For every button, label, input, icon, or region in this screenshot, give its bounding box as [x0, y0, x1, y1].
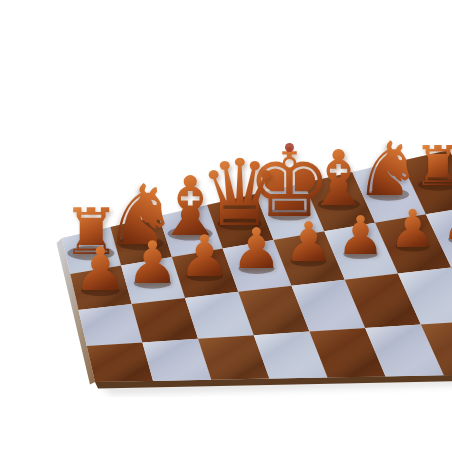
piece-shadow: [268, 208, 311, 221]
piece-shadow: [81, 285, 119, 297]
piece-shadow: [396, 242, 430, 252]
piece-shadow: [368, 188, 409, 200]
chess-set-photo: ♜♞♝♛♚♝♞♜♟♟♟♟♟♟♟♟: [40, 16, 452, 452]
square-a5-marbling: [87, 342, 153, 382]
piece-shadow: [168, 227, 213, 241]
piece-shadow: [218, 217, 262, 230]
piece-shadow: [343, 249, 377, 259]
piece-shadow: [186, 270, 223, 281]
square-a6-marbling: [79, 304, 143, 346]
piece-shadow: [118, 237, 164, 251]
piece-shadow: [239, 263, 275, 274]
piece-shadow: [318, 198, 360, 211]
piece-shadow: [67, 246, 114, 260]
chessboard-surface: [40, 16, 452, 452]
piece-shadow: [291, 256, 326, 267]
piece-shadow: [134, 278, 172, 289]
